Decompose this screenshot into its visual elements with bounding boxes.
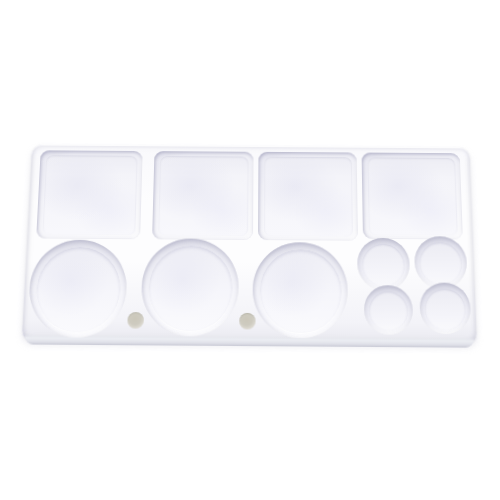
large-round-well-3-floor	[260, 249, 343, 333]
square-well-1-floor	[42, 155, 137, 235]
large-round-well-3	[252, 242, 348, 338]
square-well-3-floor	[264, 157, 353, 237]
photo-background	[0, 0, 500, 500]
small-round-well-1	[357, 238, 410, 291]
large-round-well-2-floor	[148, 245, 233, 331]
square-well-2	[152, 151, 254, 240]
tray-front-edge	[25, 334, 474, 348]
brush-hole-1	[127, 312, 144, 329]
small-round-well-3	[364, 285, 414, 335]
square-well-4-floor	[368, 157, 458, 235]
small-round-well-2	[414, 236, 468, 289]
large-round-well-1-floor	[34, 247, 121, 333]
square-well-3	[258, 152, 358, 241]
large-round-well-1	[27, 239, 128, 337]
palette-tray	[22, 144, 477, 343]
small-round-well-3-floor	[369, 291, 408, 330]
large-round-well-2	[140, 238, 239, 336]
brush-hole-2	[239, 313, 255, 330]
square-well-4	[362, 153, 463, 240]
square-well-2-floor	[158, 156, 248, 236]
small-round-well-4	[419, 282, 471, 334]
small-round-well-4-floor	[424, 289, 466, 330]
small-round-well-2-floor	[419, 242, 463, 285]
small-round-well-1-floor	[362, 244, 405, 287]
square-well-1	[36, 150, 143, 239]
